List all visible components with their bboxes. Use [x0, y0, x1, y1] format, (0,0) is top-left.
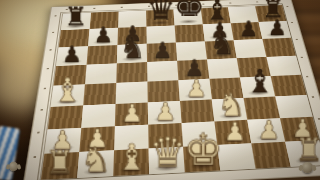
square-e4[interactable]: ♟ [178, 79, 211, 101]
square-b1[interactable]: ♞ [77, 150, 114, 178]
square-d5[interactable] [147, 61, 178, 82]
piece-white-pawn[interactable]: ♟ [120, 101, 142, 126]
piece-black-bishop[interactable]: ♝ [245, 65, 274, 97]
scene-3d: ♜♛♚♝♜♟♟♟♟♟♟♞♟♞♟♝♟♝♟♟♞♟♟♟♟♟♜♞♝♛♚♜ [0, 0, 320, 180]
piece-white-pawn[interactable]: ♟ [257, 117, 280, 142]
square-d3[interactable]: ♟ [148, 101, 182, 125]
piece-black-queen[interactable]: ♛ [146, 0, 175, 26]
square-f6[interactable]: ♞ [205, 40, 237, 59]
piece-white-pawn[interactable]: ♟ [154, 99, 176, 124]
piece-black-pawn[interactable]: ♟ [152, 39, 172, 61]
square-h7[interactable]: ♟ [259, 21, 291, 39]
square-d6[interactable]: ♟ [147, 43, 177, 63]
board-grid: ♜♛♚♝♜♟♟♟♟♟♟♞♟♞♟♝♟♝♟♟♞♟♟♟♟♟♜♞♝♛♚♜ [41, 5, 320, 180]
square-e8[interactable]: ♚ [174, 8, 203, 25]
piece-white-pawn[interactable]: ♟ [185, 76, 206, 100]
piece-black-pawn[interactable]: ♟ [267, 17, 286, 38]
piece-white-pawn[interactable]: ♟ [223, 119, 246, 144]
square-g7[interactable]: ♟ [231, 22, 263, 40]
piece-black-king[interactable]: ♚ [173, 0, 204, 25]
square-h4[interactable] [271, 75, 307, 97]
square-d8[interactable]: ♛ [146, 9, 175, 26]
square-a8[interactable]: ♜ [61, 13, 91, 30]
square-e7[interactable] [175, 24, 205, 42]
square-g2[interactable]: ♟ [247, 118, 285, 143]
square-a6[interactable]: ♟ [56, 46, 88, 66]
square-a1[interactable]: ♜ [41, 152, 79, 180]
square-e3[interactable] [180, 99, 215, 123]
piece-black-pawn[interactable]: ♟ [93, 24, 112, 46]
piece-black-pawn[interactable]: ♟ [238, 18, 257, 39]
photo-frame: ♜♛♚♝♜♟♟♟♟♟♟♞♟♞♟♝♟♝♟♟♞♟♟♟♟♟♜♞♝♛♚♜ [0, 0, 320, 180]
square-b7[interactable]: ♟ [88, 28, 118, 46]
piece-black-knight[interactable]: ♞ [119, 34, 145, 63]
piece-black-knight[interactable]: ♞ [209, 30, 235, 59]
piece-white-bishop[interactable]: ♝ [52, 74, 81, 106]
piece-white-queen[interactable]: ♛ [149, 132, 186, 173]
wingnut-screw-icon-right [302, 162, 313, 173]
square-h6[interactable] [262, 38, 295, 57]
piece-white-king[interactable]: ♚ [183, 128, 222, 172]
square-g1[interactable] [251, 142, 290, 169]
square-d1[interactable]: ♛ [149, 147, 185, 174]
wingnut-screw-icon-left [9, 162, 18, 171]
square-g6[interactable] [234, 39, 267, 58]
square-b4[interactable] [83, 83, 116, 105]
square-b5[interactable] [85, 63, 117, 84]
square-a4[interactable]: ♝ [51, 84, 85, 107]
square-c1[interactable]: ♝ [113, 149, 149, 177]
square-b6[interactable] [87, 45, 118, 65]
square-c5[interactable] [116, 62, 147, 83]
square-f5[interactable] [207, 58, 240, 79]
piece-white-knight[interactable]: ♞ [80, 142, 111, 177]
piece-white-rook[interactable]: ♜ [45, 147, 74, 179]
chess-board: ♜♛♚♝♜♟♟♟♟♟♟♞♟♞♟♝♟♝♟♟♞♟♟♟♟♟♜♞♝♛♚♜ [22, 0, 320, 180]
square-e1[interactable]: ♚ [183, 145, 220, 172]
square-c3[interactable]: ♟ [115, 102, 148, 126]
piece-black-rook[interactable]: ♜ [64, 4, 87, 29]
square-f1[interactable] [217, 143, 255, 170]
piece-black-pawn[interactable]: ♟ [61, 43, 81, 65]
piece-white-bishop[interactable]: ♝ [115, 139, 147, 175]
square-c6[interactable]: ♞ [117, 44, 147, 64]
